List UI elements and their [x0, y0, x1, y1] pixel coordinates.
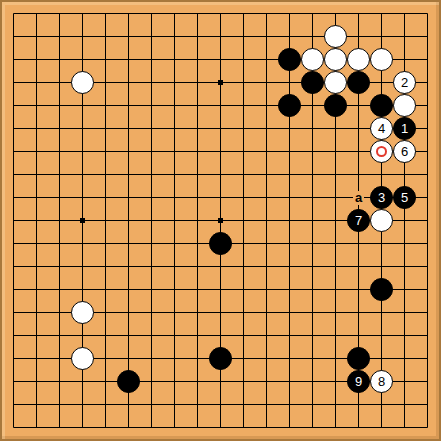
stone-white-s15 [393, 94, 416, 117]
stone-white-move-4: 4 [370, 117, 393, 140]
stone-black-move-1: 1 [393, 117, 416, 140]
stone-black-move-7: 7 [347, 209, 370, 232]
stone-black-q16 [347, 71, 370, 94]
stone-white-d4 [71, 347, 94, 370]
stone-white-move-8: 8 [370, 370, 393, 393]
stone-black-move-5: 5 [393, 186, 416, 209]
stone-black-p15 [324, 94, 347, 117]
stone-black-k4 [209, 347, 232, 370]
stone-black-k9 [209, 232, 232, 255]
stone-white-o17 [301, 48, 324, 71]
go-board: 241635798a [0, 0, 441, 441]
stone-white-q17 [347, 48, 370, 71]
circle-marker-icon [376, 146, 387, 157]
stone-white-r13 [370, 140, 393, 163]
stone-black-f3 [117, 370, 140, 393]
stone-black-n17 [278, 48, 301, 71]
stone-black-move-9: 9 [347, 370, 370, 393]
point-label-text: a [353, 191, 364, 205]
stone-white-p18 [324, 25, 347, 48]
stone-white-d16 [71, 71, 94, 94]
stone-white-move-6: 6 [393, 140, 416, 163]
stone-black-n15 [278, 94, 301, 117]
stone-black-o16 [301, 71, 324, 94]
stone-white-r10 [370, 209, 393, 232]
stone-black-move-3: 3 [370, 186, 393, 209]
stones-layer: 241635798a [2, 2, 439, 439]
stone-white-d6 [71, 301, 94, 324]
stone-white-p17 [324, 48, 347, 71]
point-label-a: a [347, 186, 370, 209]
stone-white-p16 [324, 71, 347, 94]
stone-black-r15 [370, 94, 393, 117]
stone-black-r7 [370, 278, 393, 301]
stone-white-move-2: 2 [393, 71, 416, 94]
stone-white-r17 [370, 48, 393, 71]
stone-black-q4 [347, 347, 370, 370]
